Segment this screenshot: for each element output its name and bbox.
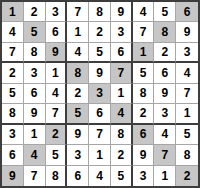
sudoku-cell-r5c8[interactable]: 9 (154, 84, 176, 104)
sudoku-cell-r4c2[interactable]: 3 (24, 63, 46, 83)
sudoku-cell-r4c7[interactable]: 5 (133, 63, 155, 83)
sudoku-cell-r8c8[interactable]: 7 (154, 145, 176, 165)
sudoku-cell-r5c2[interactable]: 6 (24, 84, 46, 104)
sudoku-cell-r5c7[interactable]: 8 (133, 84, 155, 104)
sudoku-cell-r5c5[interactable]: 3 (89, 84, 111, 104)
sudoku-cell-r6c8[interactable]: 3 (154, 104, 176, 124)
sudoku-cell-r1c7[interactable]: 4 (133, 2, 155, 22)
sudoku-cell-r9c4[interactable]: 6 (67, 166, 89, 186)
sudoku-cell-r1c9[interactable]: 6 (176, 2, 198, 22)
sudoku-cell-r1c3[interactable]: 3 (46, 2, 68, 22)
sudoku-cell-r7c9[interactable]: 5 (176, 125, 198, 145)
sudoku-cell-r6c2[interactable]: 9 (24, 104, 46, 124)
sudoku-cell-r6c3[interactable]: 7 (46, 104, 68, 124)
sudoku-cell-r6c4[interactable]: 5 (67, 104, 89, 124)
sudoku-cell-r2c8[interactable]: 8 (154, 22, 176, 42)
sudoku-cell-r9c3[interactable]: 8 (46, 166, 68, 186)
sudoku-cell-r8c3[interactable]: 5 (46, 145, 68, 165)
sudoku-cell-r2c5[interactable]: 2 (89, 22, 111, 42)
sudoku-cell-r9c1[interactable]: 9 (2, 166, 24, 186)
sudoku-cell-r7c8[interactable]: 4 (154, 125, 176, 145)
sudoku-cell-r8c9[interactable]: 8 (176, 145, 198, 165)
sudoku-cell-r9c5[interactable]: 4 (89, 166, 111, 186)
sudoku-cell-r5c4[interactable]: 2 (67, 84, 89, 104)
sudoku-cell-r7c3[interactable]: 2 (46, 125, 68, 145)
sudoku-cell-r4c4[interactable]: 8 (67, 63, 89, 83)
sudoku-cell-r3c6[interactable]: 6 (111, 43, 133, 63)
sudoku-cell-r8c5[interactable]: 1 (89, 145, 111, 165)
sudoku-cell-r1c1[interactable]: 1 (2, 2, 24, 22)
sudoku-cell-r3c4[interactable]: 4 (67, 43, 89, 63)
sudoku-cell-r2c2[interactable]: 5 (24, 22, 46, 42)
sudoku-cell-r8c4[interactable]: 3 (67, 145, 89, 165)
sudoku-cell-r1c2[interactable]: 2 (24, 2, 46, 22)
sudoku-cell-r3c3[interactable]: 9 (46, 43, 68, 63)
sudoku-cell-r4c5[interactable]: 9 (89, 63, 111, 83)
sudoku-cell-r8c1[interactable]: 6 (2, 145, 24, 165)
sudoku-cell-r2c1[interactable]: 4 (2, 22, 24, 42)
sudoku-cell-r6c7[interactable]: 2 (133, 104, 155, 124)
sudoku-cell-r8c6[interactable]: 2 (111, 145, 133, 165)
sudoku-cell-r2c3[interactable]: 6 (46, 22, 68, 42)
sudoku-cell-r6c9[interactable]: 1 (176, 104, 198, 124)
sudoku-cell-r2c6[interactable]: 3 (111, 22, 133, 42)
sudoku-cell-r9c7[interactable]: 3 (133, 166, 155, 186)
sudoku-board: 1237894564561237897894561232318975645642… (0, 0, 200, 188)
sudoku-cell-r2c7[interactable]: 7 (133, 22, 155, 42)
sudoku-cell-r3c8[interactable]: 2 (154, 43, 176, 63)
sudoku-cell-r5c1[interactable]: 5 (2, 84, 24, 104)
sudoku-cell-r9c9[interactable]: 2 (176, 166, 198, 186)
sudoku-cell-r3c5[interactable]: 5 (89, 43, 111, 63)
sudoku-cell-r4c6[interactable]: 7 (111, 63, 133, 83)
sudoku-cell-r7c5[interactable]: 7 (89, 125, 111, 145)
sudoku-cell-r7c2[interactable]: 1 (24, 125, 46, 145)
sudoku-cell-r3c9[interactable]: 3 (176, 43, 198, 63)
sudoku-cell-r4c8[interactable]: 6 (154, 63, 176, 83)
sudoku-cell-r8c2[interactable]: 4 (24, 145, 46, 165)
sudoku-cell-r3c2[interactable]: 8 (24, 43, 46, 63)
sudoku-cell-r3c7[interactable]: 1 (133, 43, 155, 63)
sudoku-cell-r6c5[interactable]: 6 (89, 104, 111, 124)
sudoku-cell-r1c8[interactable]: 5 (154, 2, 176, 22)
sudoku-cell-r2c9[interactable]: 9 (176, 22, 198, 42)
sudoku-cell-r1c5[interactable]: 8 (89, 2, 111, 22)
sudoku-cell-r9c8[interactable]: 1 (154, 166, 176, 186)
sudoku-cell-r4c9[interactable]: 4 (176, 63, 198, 83)
sudoku-cell-r1c6[interactable]: 9 (111, 2, 133, 22)
sudoku-cell-r7c1[interactable]: 3 (2, 125, 24, 145)
sudoku-cell-r4c3[interactable]: 1 (46, 63, 68, 83)
sudoku-cell-r7c4[interactable]: 9 (67, 125, 89, 145)
sudoku-cell-r9c6[interactable]: 5 (111, 166, 133, 186)
sudoku-cell-r5c6[interactable]: 1 (111, 84, 133, 104)
sudoku-cell-r7c6[interactable]: 8 (111, 125, 133, 145)
sudoku-cell-r7c7[interactable]: 6 (133, 125, 155, 145)
sudoku-cell-r6c6[interactable]: 4 (111, 104, 133, 124)
sudoku-cell-r5c3[interactable]: 4 (46, 84, 68, 104)
sudoku-cell-r4c1[interactable]: 2 (2, 63, 24, 83)
sudoku-cell-r9c2[interactable]: 7 (24, 166, 46, 186)
sudoku-cell-r1c4[interactable]: 7 (67, 2, 89, 22)
sudoku-cell-r6c1[interactable]: 8 (2, 104, 24, 124)
sudoku-cell-r8c7[interactable]: 9 (133, 145, 155, 165)
sudoku-cell-r2c4[interactable]: 1 (67, 22, 89, 42)
sudoku-cell-r5c9[interactable]: 7 (176, 84, 198, 104)
sudoku-cell-r3c1[interactable]: 7 (2, 43, 24, 63)
